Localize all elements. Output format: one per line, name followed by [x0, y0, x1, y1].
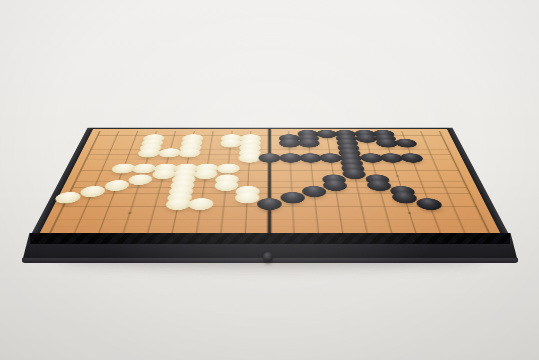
white-stone [194, 169, 219, 179]
black-stone [302, 186, 327, 197]
white-stone [178, 148, 202, 157]
white-stone [188, 198, 215, 210]
go-board-surface [36, 129, 504, 239]
white-stone [127, 174, 154, 184]
white-stone [216, 164, 240, 174]
black-stone [259, 153, 281, 162]
photo-backdrop [0, 0, 539, 360]
black-stone [299, 153, 322, 162]
black-stone [399, 153, 424, 162]
black-stone [394, 139, 418, 148]
black-stone [257, 198, 282, 210]
black-stone [279, 139, 301, 148]
black-stone [279, 153, 301, 162]
black-stone [415, 198, 444, 210]
black-stone [366, 180, 392, 191]
board-shadow [55, 248, 485, 266]
black-stone [323, 180, 348, 191]
black-stone [319, 153, 342, 162]
black-stone [298, 139, 320, 148]
black-stone [342, 169, 367, 179]
stones-layer [36, 129, 504, 239]
black-stone [280, 192, 305, 203]
white-stone [214, 180, 239, 191]
white-stone [103, 180, 131, 191]
white-stone [220, 139, 242, 148]
white-stone [235, 192, 260, 203]
white-stone [238, 153, 260, 162]
white-stone [78, 186, 107, 197]
